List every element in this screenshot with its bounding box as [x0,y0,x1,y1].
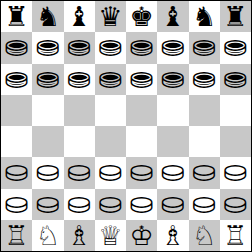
white-draughts-man-piece[interactable]: ⛀ [223,157,247,186]
white-rook-piece[interactable]: ♖ [5,222,29,249]
square-c4[interactable] [64,126,95,157]
square-a6[interactable]: ⛂ [1,64,32,95]
square-c3[interactable]: ⛀ [64,157,95,188]
square-b1[interactable]: ♘ [32,220,63,251]
white-draughts-man-piece[interactable]: ⛀ [67,157,91,186]
square-c6[interactable]: ⛂ [64,64,95,95]
square-g8[interactable]: ♞ [189,1,220,32]
square-d2[interactable]: ⛀ [95,189,126,220]
square-b5[interactable] [32,95,63,126]
square-e3[interactable]: ⛀ [126,157,157,188]
square-g7[interactable]: ⛂ [189,32,220,63]
square-f2[interactable]: ⛀ [157,189,188,220]
square-f4[interactable] [157,126,188,157]
black-draughts-man-piece[interactable]: ⛂ [192,32,216,61]
square-b4[interactable] [32,126,63,157]
square-g4[interactable] [189,126,220,157]
white-draughts-man-piece[interactable]: ⛀ [36,189,60,218]
square-b8[interactable]: ♞ [32,1,63,32]
black-draughts-man-piece[interactable]: ⛂ [192,64,216,93]
black-knight-piece[interactable]: ♞ [36,3,60,30]
black-draughts-man-piece[interactable]: ⛂ [161,64,185,93]
black-bishop-piece[interactable]: ♝ [161,3,185,30]
square-d7[interactable]: ⛂ [95,32,126,63]
square-e1[interactable]: ♔ [126,220,157,251]
square-h1[interactable]: ♖ [220,220,251,251]
white-draughts-man-piece[interactable]: ⛀ [192,189,216,218]
black-draughts-man-piece[interactable]: ⛂ [223,64,247,93]
white-draughts-man-piece[interactable]: ⛀ [4,189,28,218]
white-draughts-man-piece[interactable]: ⛀ [192,157,216,186]
black-draughts-man-piece[interactable]: ⛂ [98,32,122,61]
black-draughts-man-piece[interactable]: ⛂ [67,32,91,61]
white-rook-piece[interactable]: ♖ [223,222,247,249]
square-d1[interactable]: ♕ [95,220,126,251]
white-king-piece[interactable]: ♔ [130,222,154,249]
black-rook-piece[interactable]: ♜ [5,3,29,30]
square-e4[interactable] [126,126,157,157]
square-f6[interactable]: ⛂ [157,64,188,95]
square-a5[interactable] [1,95,32,126]
black-draughts-man-piece[interactable]: ⛂ [67,64,91,93]
square-b7[interactable]: ⛂ [32,32,63,63]
square-g6[interactable]: ⛂ [189,64,220,95]
black-draughts-man-piece[interactable]: ⛂ [161,32,185,61]
black-king-piece[interactable]: ♚ [130,3,154,30]
square-h5[interactable] [220,95,251,126]
white-bishop-piece[interactable]: ♗ [161,222,185,249]
square-b3[interactable]: ⛀ [32,157,63,188]
white-queen-piece[interactable]: ♕ [98,222,122,249]
white-draughts-man-piece[interactable]: ⛀ [161,157,185,186]
black-draughts-man-piece[interactable]: ⛂ [4,64,28,93]
square-h2[interactable]: ⛀ [220,189,251,220]
square-b6[interactable]: ⛂ [32,64,63,95]
square-c7[interactable]: ⛂ [64,32,95,63]
square-d5[interactable] [95,95,126,126]
white-draughts-man-piece[interactable]: ⛀ [67,189,91,218]
white-draughts-man-piece[interactable]: ⛀ [129,189,153,218]
black-draughts-man-piece[interactable]: ⛂ [36,32,60,61]
white-draughts-man-piece[interactable]: ⛀ [98,189,122,218]
square-d6[interactable]: ⛂ [95,64,126,95]
square-f5[interactable] [157,95,188,126]
square-f3[interactable]: ⛀ [157,157,188,188]
black-bishop-piece[interactable]: ♝ [67,3,91,30]
white-draughts-man-piece[interactable]: ⛀ [161,189,185,218]
white-knight-piece[interactable]: ♘ [192,222,216,249]
chess-board: ♜♞♝♛♚♝♞♜⛂⛂⛂⛂⛂⛂⛂⛂⛂⛂⛂⛂⛂⛂⛂⛂⛀⛀⛀⛀⛀⛀⛀⛀⛀⛀⛀⛀⛀⛀⛀⛀… [0,0,252,252]
square-h4[interactable] [220,126,251,157]
square-d4[interactable] [95,126,126,157]
black-rook-piece[interactable]: ♜ [223,3,247,30]
square-e8[interactable]: ♚ [126,1,157,32]
white-bishop-piece[interactable]: ♗ [67,222,91,249]
square-g2[interactable]: ⛀ [189,189,220,220]
square-a3[interactable]: ⛀ [1,157,32,188]
square-f7[interactable]: ⛂ [157,32,188,63]
black-draughts-man-piece[interactable]: ⛂ [223,32,247,61]
white-knight-piece[interactable]: ♘ [36,222,60,249]
square-a8[interactable]: ♜ [1,1,32,32]
square-a1[interactable]: ♖ [1,220,32,251]
square-h8[interactable]: ♜ [220,1,251,32]
black-draughts-man-piece[interactable]: ⛂ [129,32,153,61]
square-e6[interactable]: ⛂ [126,64,157,95]
square-g1[interactable]: ♘ [189,220,220,251]
square-a7[interactable]: ⛂ [1,32,32,63]
square-a2[interactable]: ⛀ [1,189,32,220]
white-draughts-man-piece[interactable]: ⛀ [36,157,60,186]
square-h6[interactable]: ⛂ [220,64,251,95]
black-queen-piece[interactable]: ♛ [98,3,122,30]
black-draughts-man-piece[interactable]: ⛂ [98,64,122,93]
white-draughts-man-piece[interactable]: ⛀ [129,157,153,186]
white-draughts-man-piece[interactable]: ⛀ [223,189,247,218]
square-f8[interactable]: ♝ [157,1,188,32]
square-c2[interactable]: ⛀ [64,189,95,220]
black-draughts-man-piece[interactable]: ⛂ [129,64,153,93]
black-knight-piece[interactable]: ♞ [192,3,216,30]
square-e5[interactable] [126,95,157,126]
white-draughts-man-piece[interactable]: ⛀ [4,157,28,186]
square-g3[interactable]: ⛀ [189,157,220,188]
square-d8[interactable]: ♛ [95,1,126,32]
square-h7[interactable]: ⛂ [220,32,251,63]
square-b2[interactable]: ⛀ [32,189,63,220]
square-e2[interactable]: ⛀ [126,189,157,220]
square-d3[interactable]: ⛀ [95,157,126,188]
black-draughts-man-piece[interactable]: ⛂ [4,32,28,61]
square-c1[interactable]: ♗ [64,220,95,251]
white-draughts-man-piece[interactable]: ⛀ [98,157,122,186]
square-g5[interactable] [189,95,220,126]
square-c8[interactable]: ♝ [64,1,95,32]
black-draughts-man-piece[interactable]: ⛂ [36,64,60,93]
square-f1[interactable]: ♗ [157,220,188,251]
square-e7[interactable]: ⛂ [126,32,157,63]
square-h3[interactable]: ⛀ [220,157,251,188]
square-c5[interactable] [64,95,95,126]
square-a4[interactable] [1,126,32,157]
